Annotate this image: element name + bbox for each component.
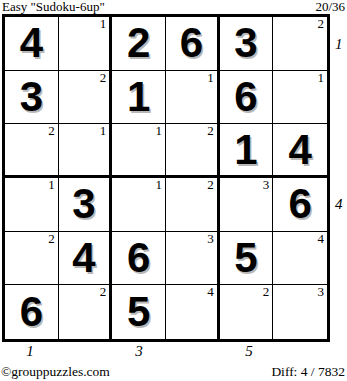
cell-r3c4[interactable]: 2	[166, 124, 220, 178]
cell-r6c1: 6	[5, 285, 59, 339]
cell-r4c3[interactable]: 1	[112, 178, 166, 232]
corner-hint: 1	[156, 124, 163, 139]
cell-r2c2[interactable]: 2	[59, 71, 113, 125]
col-label-5: 5	[245, 344, 253, 359]
sudoku-grid: 412632321161211214131236246354625423	[2, 14, 330, 342]
cell-r1c6[interactable]: 2	[273, 17, 327, 71]
cell-r6c4[interactable]: 4	[166, 285, 220, 339]
copyright-text: ©grouppuzzles.com	[1, 364, 110, 379]
given-digit: 6	[288, 183, 311, 225]
cell-r4c5[interactable]: 3	[220, 178, 274, 232]
given-digit: 1	[127, 76, 150, 118]
given-digit: 4	[72, 237, 95, 279]
given-digit: 3	[234, 22, 257, 64]
row-label-4: 4	[335, 197, 347, 212]
given-digit: 6	[180, 22, 203, 64]
col-label-1: 1	[26, 344, 34, 359]
cell-r2c4[interactable]: 1	[166, 71, 220, 125]
cell-r5c5: 5	[220, 232, 274, 286]
corner-hint: 1	[156, 178, 163, 193]
given-digit: 6	[127, 237, 150, 279]
cell-r4c1[interactable]: 1	[5, 178, 59, 232]
given-digit: 5	[234, 237, 257, 279]
row-label-1: 1	[335, 37, 347, 52]
cell-r1c1: 4	[5, 17, 59, 71]
cell-r4c4[interactable]: 2	[166, 178, 220, 232]
given-digit: 3	[20, 76, 43, 118]
corner-hint: 2	[48, 232, 55, 247]
given-digit: 6	[20, 291, 43, 333]
corner-hint: 2	[263, 285, 270, 300]
given-digit: 1	[234, 129, 257, 171]
cell-r3c1[interactable]: 2	[5, 124, 59, 178]
corner-hint: 1	[318, 71, 325, 86]
cell-r6c3: 5	[112, 285, 166, 339]
cell-r2c5: 6	[220, 71, 274, 125]
corner-hint: 1	[207, 71, 214, 86]
cell-r5c3: 6	[112, 232, 166, 286]
corner-hint: 2	[100, 71, 107, 86]
col-label-3: 3	[135, 344, 143, 359]
cell-r2c6[interactable]: 1	[273, 71, 327, 125]
puzzle-counter: 20/36	[315, 0, 345, 13]
cell-r5c2: 4	[59, 232, 113, 286]
cell-r5c6[interactable]: 4	[273, 232, 327, 286]
puzzle-title: Easy "Sudoku-6up"	[2, 0, 105, 13]
corner-hint: 3	[263, 178, 270, 193]
corner-hint: 2	[100, 285, 107, 300]
cell-r3c5: 1	[220, 124, 274, 178]
cell-r4c2: 3	[59, 178, 113, 232]
cell-r1c3: 2	[112, 17, 166, 71]
cell-r3c2[interactable]: 1	[59, 124, 113, 178]
cell-r1c2[interactable]: 1	[59, 17, 113, 71]
corner-hint: 2	[318, 17, 325, 32]
titlebar: Easy "Sudoku-6up" 20/36	[2, 0, 345, 13]
cell-r1c5: 3	[220, 17, 274, 71]
cell-r4c6: 6	[273, 178, 327, 232]
cell-r1c4: 6	[166, 17, 220, 71]
given-digit: 2	[127, 22, 150, 64]
given-digit: 3	[72, 183, 95, 225]
given-digit: 4	[20, 22, 43, 64]
cell-r5c4[interactable]: 3	[166, 232, 220, 286]
cell-r6c6[interactable]: 3	[273, 285, 327, 339]
given-digit: 4	[288, 129, 311, 171]
difficulty-text: Diff: 4 / 7832	[271, 364, 345, 379]
given-digit: 5	[127, 291, 150, 333]
corner-hint: 2	[207, 178, 214, 193]
cell-r2c1: 3	[5, 71, 59, 125]
cell-r5c1[interactable]: 2	[5, 232, 59, 286]
corner-hint: 1	[100, 124, 107, 139]
corner-hint: 4	[318, 232, 325, 247]
cell-r6c2[interactable]: 2	[59, 285, 113, 339]
cell-r6c5[interactable]: 2	[220, 285, 274, 339]
cell-r3c6: 4	[273, 124, 327, 178]
corner-hint: 3	[318, 285, 325, 300]
corner-hint: 4	[207, 285, 214, 300]
corner-hint: 2	[207, 124, 214, 139]
corner-hint: 1	[48, 178, 55, 193]
footer: ©grouppuzzles.com Diff: 4 / 7832	[1, 364, 345, 379]
corner-hint: 2	[48, 124, 55, 139]
corner-hint: 3	[207, 232, 214, 247]
cell-r3c3[interactable]: 1	[112, 124, 166, 178]
corner-hint: 1	[100, 17, 107, 32]
given-digit: 6	[234, 76, 257, 118]
cell-r2c3: 1	[112, 71, 166, 125]
